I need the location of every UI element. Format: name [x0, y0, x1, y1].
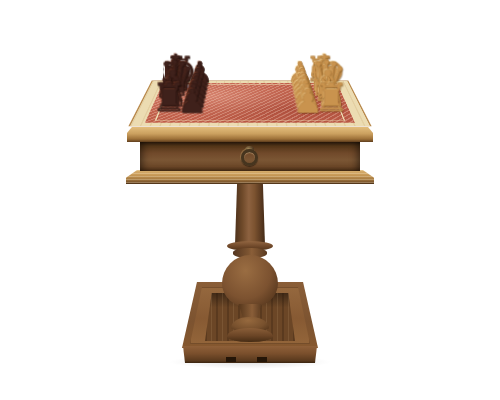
piece-black-pawn-a7[interactable]: ♟ [180, 82, 203, 118]
chess-table-photo: ♜♟♟♜♞♟♟♞♝♟♟♝♚♟♟♚♛♟♟♛♝♟♟♝♞♟♟♞♜♟♟♜ [0, 0, 500, 400]
chess-board: ♜♟♟♜♞♟♟♞♝♟♟♝♚♟♟♚♛♟♟♛♝♟♟♝♞♟♟♞♜♟♟♜ [130, 81, 370, 126]
white-rook-icon: ♜ [314, 79, 349, 118]
pedestal-foot-disc [227, 328, 273, 342]
board-scene: ♜♟♟♜♞♟♟♞♝♟♟♝♚♟♟♚♛♟♟♛♝♟♟♝♞♟♟♞♜♟♟♜ [82, 33, 418, 301]
piece-white-rook-a1[interactable]: ♜ [320, 76, 343, 118]
base-foot-notch [226, 357, 236, 362]
black-pawn-icon: ♟ [177, 85, 207, 118]
base-front-face [183, 346, 317, 363]
base-foot-notch [257, 357, 267, 362]
